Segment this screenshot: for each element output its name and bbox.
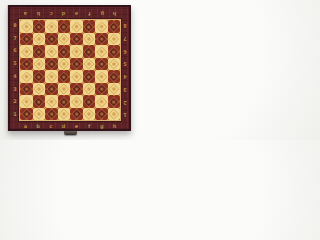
square-b5[interactable] [33, 58, 46, 71]
square-c5[interactable] [45, 58, 58, 71]
square-b7[interactable] [33, 33, 46, 46]
square-a7[interactable] [20, 33, 33, 46]
square-a3[interactable] [20, 83, 33, 96]
square-h1[interactable] [108, 108, 121, 121]
square-f1[interactable] [83, 108, 96, 121]
coord-label-a: a [19, 9, 32, 18]
square-h2[interactable] [108, 95, 121, 108]
coord-label-e: e [70, 9, 83, 18]
file-labels-top: abcdefgh [19, 9, 121, 18]
coord-label-1: 1 [121, 108, 129, 121]
square-a4[interactable] [20, 70, 33, 83]
coord-label-a: a [19, 122, 32, 131]
coord-label-6: 6 [121, 45, 129, 58]
coord-label-8: 8 [121, 19, 129, 32]
square-f8[interactable] [83, 20, 96, 33]
square-b1[interactable] [33, 108, 46, 121]
square-f6[interactable] [83, 45, 96, 58]
square-g4[interactable] [95, 70, 108, 83]
square-f7[interactable] [83, 33, 96, 46]
coord-label-8: 8 [11, 19, 19, 32]
coord-label-g: g [96, 122, 109, 131]
square-f5[interactable] [83, 58, 96, 71]
square-c3[interactable] [45, 83, 58, 96]
square-c8[interactable] [45, 20, 58, 33]
coord-label-d: d [57, 122, 70, 131]
coord-label-d: d [57, 9, 70, 18]
coord-label-6: 6 [11, 45, 19, 58]
coord-label-2: 2 [121, 96, 129, 109]
coord-label-h: h [108, 9, 121, 18]
square-d7[interactable] [58, 33, 71, 46]
square-g1[interactable] [95, 108, 108, 121]
square-b3[interactable] [33, 83, 46, 96]
square-e7[interactable] [70, 33, 83, 46]
square-e5[interactable] [70, 58, 83, 71]
chess-board: abcdefgh abcdefgh 87654321 87654321 [8, 5, 131, 131]
square-a1[interactable] [20, 108, 33, 121]
square-h7[interactable] [108, 33, 121, 46]
coord-label-3: 3 [11, 83, 19, 96]
square-g8[interactable] [95, 20, 108, 33]
rank-labels-left: 87654321 [11, 19, 19, 121]
square-d2[interactable] [58, 95, 71, 108]
square-c4[interactable] [45, 70, 58, 83]
square-h3[interactable] [108, 83, 121, 96]
board-grid [19, 19, 121, 121]
square-g2[interactable] [95, 95, 108, 108]
coord-label-2: 2 [11, 96, 19, 109]
coord-label-c: c [45, 9, 58, 18]
square-h4[interactable] [108, 70, 121, 83]
square-c7[interactable] [45, 33, 58, 46]
coord-label-g: g [96, 9, 109, 18]
square-b4[interactable] [33, 70, 46, 83]
coord-label-7: 7 [121, 32, 129, 45]
square-d8[interactable] [58, 20, 71, 33]
rank-labels-right: 87654321 [121, 19, 129, 121]
square-a6[interactable] [20, 45, 33, 58]
square-g6[interactable] [95, 45, 108, 58]
square-h8[interactable] [108, 20, 121, 33]
square-d6[interactable] [58, 45, 71, 58]
square-c6[interactable] [45, 45, 58, 58]
square-c1[interactable] [45, 108, 58, 121]
square-f3[interactable] [83, 83, 96, 96]
square-d4[interactable] [58, 70, 71, 83]
square-d5[interactable] [58, 58, 71, 71]
square-h5[interactable] [108, 58, 121, 71]
coord-label-4: 4 [11, 70, 19, 83]
square-e3[interactable] [70, 83, 83, 96]
square-f2[interactable] [83, 95, 96, 108]
file-labels-bottom: abcdefgh [19, 122, 121, 131]
square-b2[interactable] [33, 95, 46, 108]
square-a5[interactable] [20, 58, 33, 71]
square-c2[interactable] [45, 95, 58, 108]
coord-label-3: 3 [121, 83, 129, 96]
square-g5[interactable] [95, 58, 108, 71]
coord-label-7: 7 [11, 32, 19, 45]
coord-label-4: 4 [121, 70, 129, 83]
square-e8[interactable] [70, 20, 83, 33]
square-h6[interactable] [108, 45, 121, 58]
square-f4[interactable] [83, 70, 96, 83]
box-clasp [64, 131, 77, 135]
square-e2[interactable] [70, 95, 83, 108]
coord-label-b: b [32, 9, 45, 18]
square-a2[interactable] [20, 95, 33, 108]
coord-label-f: f [83, 9, 96, 18]
square-d1[interactable] [58, 108, 71, 121]
coord-label-h: h [108, 122, 121, 131]
square-b6[interactable] [33, 45, 46, 58]
square-b8[interactable] [33, 20, 46, 33]
coord-label-c: c [45, 122, 58, 131]
coord-label-5: 5 [11, 57, 19, 70]
coord-label-b: b [32, 122, 45, 131]
coord-label-e: e [70, 122, 83, 131]
coord-label-5: 5 [121, 57, 129, 70]
coord-label-f: f [83, 122, 96, 131]
coord-label-1: 1 [11, 108, 19, 121]
square-g3[interactable] [95, 83, 108, 96]
square-e1[interactable] [70, 108, 83, 121]
square-d3[interactable] [58, 83, 71, 96]
square-g7[interactable] [95, 33, 108, 46]
square-a8[interactable] [20, 20, 33, 33]
square-e6[interactable] [70, 45, 83, 58]
square-e4[interactable] [70, 70, 83, 83]
